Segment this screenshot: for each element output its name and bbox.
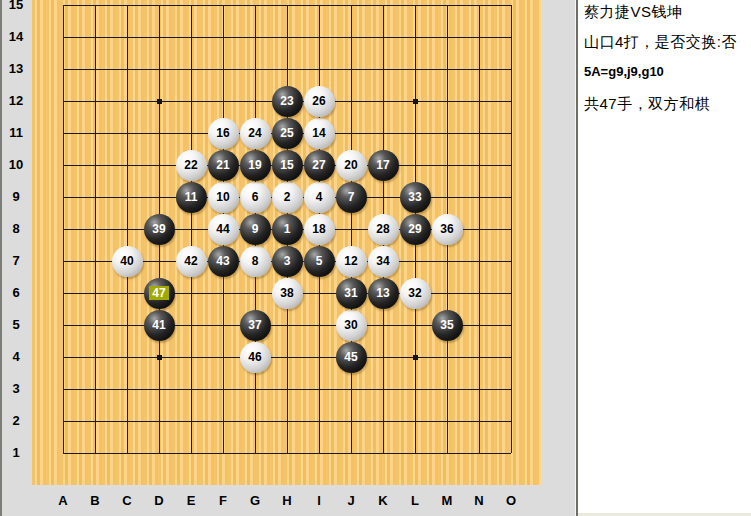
col-label-O: O xyxy=(501,493,521,509)
move-number: 15 xyxy=(280,159,293,171)
stone-4-i9: 4 xyxy=(304,182,335,213)
stone-40-c7: 40 xyxy=(112,246,143,277)
stone-45-j4: 45 xyxy=(336,342,367,373)
move-number: 36 xyxy=(440,223,453,235)
stone-9-g8: 9 xyxy=(240,214,271,245)
stone-42-e7: 42 xyxy=(176,246,207,277)
move-number: 2 xyxy=(284,191,291,203)
col-label-H: H xyxy=(277,493,297,509)
stone-36-m8: 36 xyxy=(432,214,463,245)
row-label-15: 15 xyxy=(2,0,30,13)
stone-37-g5: 37 xyxy=(240,310,271,341)
move-number: 22 xyxy=(184,159,197,171)
move-number: 17 xyxy=(376,159,389,171)
move-number: 40 xyxy=(120,255,133,267)
move-number: 1 xyxy=(284,223,291,235)
stone-20-j10: 20 xyxy=(336,150,367,181)
players-line: 蔡力捷VS钱坤 xyxy=(584,3,750,23)
move-number: 45 xyxy=(344,351,357,363)
stone-25-h11: 25 xyxy=(272,118,303,149)
col-label-N: N xyxy=(469,493,489,509)
move-number: 26 xyxy=(312,95,325,107)
stone-1-h8: 1 xyxy=(272,214,303,245)
stone-34-k7: 34 xyxy=(368,246,399,277)
stone-17-k10: 17 xyxy=(368,150,399,181)
stone-43-f7: 43 xyxy=(208,246,239,277)
stone-18-i8: 18 xyxy=(304,214,335,245)
stone-grid: 1234567891011121314151617181920212223242… xyxy=(47,0,527,469)
move-number: 42 xyxy=(184,255,197,267)
opening-rule-line: 山口4打，是否交换:否 xyxy=(584,33,750,53)
move-number: 32 xyxy=(408,287,421,299)
row-label-2: 2 xyxy=(2,413,30,429)
stone-26-i12: 26 xyxy=(304,86,335,117)
stone-3-h7: 3 xyxy=(272,246,303,277)
move-number: 16 xyxy=(216,127,229,139)
move-number: 27 xyxy=(312,159,325,171)
move-number: 44 xyxy=(216,223,229,235)
col-label-M: M xyxy=(437,493,457,509)
row-label-10: 10 xyxy=(2,157,30,173)
col-label-B: B xyxy=(85,493,105,509)
move-number: 24 xyxy=(248,127,261,139)
move-number: 25 xyxy=(280,127,293,139)
stone-15-h10: 15 xyxy=(272,150,303,181)
move-number: 23 xyxy=(280,95,293,107)
stone-27-i10: 27 xyxy=(304,150,335,181)
row-label-14: 14 xyxy=(2,29,30,45)
col-label-G: G xyxy=(245,493,265,509)
row-label-1: 1 xyxy=(2,445,30,461)
move-number: 41 xyxy=(152,319,165,331)
move-number: 13 xyxy=(376,287,389,299)
row-label-5: 5 xyxy=(2,317,30,333)
result-line: 共47手，双方和棋 xyxy=(584,95,750,115)
move-number: 38 xyxy=(280,287,293,299)
stone-7-j9: 7 xyxy=(336,182,367,213)
move-number: 8 xyxy=(252,255,259,267)
row-label-11: 11 xyxy=(2,125,30,141)
move-number: 33 xyxy=(408,191,421,203)
board-surface[interactable]: 1234567891011121314151617181920212223242… xyxy=(32,0,541,485)
move-number: 31 xyxy=(344,287,357,299)
renju-viewer-window: 1234567891011121314151617181920212223242… xyxy=(0,0,751,516)
stone-16-f11: 16 xyxy=(208,118,239,149)
row-label-6: 6 xyxy=(2,285,30,301)
stone-28-k8: 28 xyxy=(368,214,399,245)
stone-2-h9: 2 xyxy=(272,182,303,213)
stone-39-d8: 39 xyxy=(144,214,175,245)
last-move-number: 47 xyxy=(149,286,168,300)
row-label-7: 7 xyxy=(2,253,30,269)
stone-14-i11: 14 xyxy=(304,118,335,149)
stone-23-h12: 23 xyxy=(272,86,303,117)
stone-38-h6: 38 xyxy=(272,278,303,309)
stone-6-g9: 6 xyxy=(240,182,271,213)
stone-10-f9: 10 xyxy=(208,182,239,213)
move-number: 21 xyxy=(216,159,229,171)
stone-22-e10: 22 xyxy=(176,150,207,181)
stone-8-g7: 8 xyxy=(240,246,271,277)
move-number: 20 xyxy=(344,159,357,171)
stone-47-d6: 47 xyxy=(144,278,175,309)
move-number: 10 xyxy=(216,191,229,203)
stone-21-f10: 21 xyxy=(208,150,239,181)
move-number: 29 xyxy=(408,223,421,235)
stone-33-l9: 33 xyxy=(400,182,431,213)
stone-30-j5: 30 xyxy=(336,310,367,341)
move-number: 5 xyxy=(316,255,323,267)
stone-41-d5: 41 xyxy=(144,310,175,341)
row-label-3: 3 xyxy=(2,381,30,397)
move-number: 43 xyxy=(216,255,229,267)
move-number: 39 xyxy=(152,223,165,235)
board-area: 1234567891011121314151617181920212223242… xyxy=(0,0,577,516)
row-label-12: 12 xyxy=(2,93,30,109)
move-number: 3 xyxy=(284,255,291,267)
col-label-L: L xyxy=(405,493,425,509)
stone-11-e9: 11 xyxy=(176,182,207,213)
move-number: 28 xyxy=(376,223,389,235)
stone-12-j7: 12 xyxy=(336,246,367,277)
stone-46-g4: 46 xyxy=(240,342,271,373)
move-number: 35 xyxy=(440,319,453,331)
move-number: 46 xyxy=(248,351,261,363)
stone-44-f8: 44 xyxy=(208,214,239,245)
stone-5-i7: 5 xyxy=(304,246,335,277)
col-label-A: A xyxy=(53,493,73,509)
move-number: 18 xyxy=(312,223,325,235)
row-label-4: 4 xyxy=(2,349,30,365)
move-number: 12 xyxy=(344,255,357,267)
col-label-J: J xyxy=(341,493,361,509)
move-number: 9 xyxy=(252,223,259,235)
stone-31-j6: 31 xyxy=(336,278,367,309)
move-number: 30 xyxy=(344,319,357,331)
col-label-I: I xyxy=(309,493,329,509)
row-label-9: 9 xyxy=(2,189,30,205)
col-label-C: C xyxy=(117,493,137,509)
row-label-8: 8 xyxy=(2,221,30,237)
stone-32-l6: 32 xyxy=(400,278,431,309)
row-label-13: 13 xyxy=(2,61,30,77)
fifth-move-alternatives-line: 5A=g9,j9,g10 xyxy=(584,64,750,84)
move-number: 14 xyxy=(312,127,325,139)
info-panel[interactable]: 蔡力捷VS钱坤 山口4打，是否交换:否 5A=g9,j9,g10 共47手，双方… xyxy=(576,0,751,516)
move-number: 37 xyxy=(248,319,261,331)
move-number: 4 xyxy=(316,191,323,203)
stone-29-l8: 29 xyxy=(400,214,431,245)
col-label-F: F xyxy=(213,493,233,509)
stone-24-g11: 24 xyxy=(240,118,271,149)
stone-13-k6: 13 xyxy=(368,278,399,309)
col-label-K: K xyxy=(373,493,393,509)
stone-35-m5: 35 xyxy=(432,310,463,341)
col-label-E: E xyxy=(181,493,201,509)
move-number: 7 xyxy=(348,191,355,203)
col-label-D: D xyxy=(149,493,169,509)
move-number: 6 xyxy=(252,191,259,203)
move-number: 34 xyxy=(376,255,389,267)
move-number: 11 xyxy=(185,191,198,203)
stone-19-g10: 19 xyxy=(240,150,271,181)
move-number: 19 xyxy=(248,159,261,171)
